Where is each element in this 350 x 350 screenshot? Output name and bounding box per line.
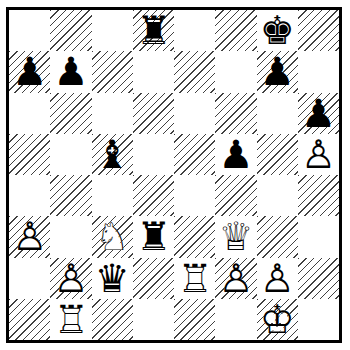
piece-glyph: ♟ [50,51,91,92]
piece-glyph: ♛ [92,258,133,299]
square-c7[interactable] [92,51,133,92]
square-e5[interactable] [174,134,215,175]
piece-outline-glyph: ♘ [92,216,133,257]
piece-black-rook-d3[interactable]: ♜ [133,216,174,257]
square-f8[interactable] [215,10,256,51]
piece-white-pawn-h5[interactable]: ♟♙ [298,134,339,175]
square-h2[interactable] [298,258,339,299]
square-f6[interactable] [215,93,256,134]
piece-glyph: ♟ [215,134,256,175]
piece-white-pawn-f2[interactable]: ♟♙ [215,258,256,299]
square-h5[interactable]: ♟♙ [298,134,339,175]
square-g3[interactable] [257,216,298,257]
piece-outline-glyph: ♔ [257,299,298,340]
square-f1[interactable] [215,299,256,340]
piece-white-queen-f3[interactable]: ♛♕ [215,216,256,257]
piece-outline-glyph: ♙ [257,258,298,299]
square-b1[interactable]: ♜♖ [50,299,91,340]
chessboard: ♜♚♟♟♟♟♝♟♟♙♟♙♞♘♜♛♕♟♙♛♜♖♟♙♟♙♜♖♚♔ [9,10,339,340]
piece-black-queen-c2[interactable]: ♛ [92,258,133,299]
piece-glyph: ♟ [257,51,298,92]
square-a1[interactable] [9,299,50,340]
square-e4[interactable] [174,175,215,216]
square-c5[interactable]: ♝ [92,134,133,175]
square-g7[interactable]: ♟ [257,51,298,92]
piece-white-pawn-g2[interactable]: ♟♙ [257,258,298,299]
square-h3[interactable] [298,216,339,257]
square-e8[interactable] [174,10,215,51]
square-b5[interactable] [50,134,91,175]
square-g1[interactable]: ♚♔ [257,299,298,340]
square-g2[interactable]: ♟♙ [257,258,298,299]
square-c1[interactable] [92,299,133,340]
square-h6[interactable]: ♟ [298,93,339,134]
square-a4[interactable] [9,175,50,216]
square-h7[interactable] [298,51,339,92]
square-c8[interactable] [92,10,133,51]
piece-black-pawn-a7[interactable]: ♟ [9,51,50,92]
square-b3[interactable] [50,216,91,257]
piece-black-bishop-c5[interactable]: ♝ [92,134,133,175]
square-g8[interactable]: ♚ [257,10,298,51]
square-e1[interactable] [174,299,215,340]
square-d6[interactable] [133,93,174,134]
square-d7[interactable] [133,51,174,92]
square-b7[interactable]: ♟ [50,51,91,92]
piece-black-pawn-b7[interactable]: ♟ [50,51,91,92]
square-g6[interactable] [257,93,298,134]
piece-glyph: ♝ [92,134,133,175]
piece-white-pawn-b2[interactable]: ♟♙ [50,258,91,299]
square-a2[interactable] [9,258,50,299]
square-e3[interactable] [174,216,215,257]
square-f4[interactable] [215,175,256,216]
square-g4[interactable] [257,175,298,216]
piece-black-king-g8[interactable]: ♚ [257,10,298,51]
square-a6[interactable] [9,93,50,134]
chessboard-frame: ♜♚♟♟♟♟♝♟♟♙♟♙♞♘♜♛♕♟♙♛♜♖♟♙♟♙♜♖♚♔ [6,7,342,343]
piece-white-king-g1[interactable]: ♚♔ [257,299,298,340]
square-a7[interactable]: ♟ [9,51,50,92]
piece-black-pawn-g7[interactable]: ♟ [257,51,298,92]
square-c6[interactable] [92,93,133,134]
square-h4[interactable] [298,175,339,216]
piece-glyph: ♜ [133,216,174,257]
piece-white-pawn-a3[interactable]: ♟♙ [9,216,50,257]
piece-outline-glyph: ♖ [50,299,91,340]
piece-outline-glyph: ♙ [50,258,91,299]
piece-outline-glyph: ♖ [174,258,215,299]
square-c4[interactable] [92,175,133,216]
square-h1[interactable] [298,299,339,340]
square-a3[interactable]: ♟♙ [9,216,50,257]
square-d3[interactable]: ♜ [133,216,174,257]
square-d2[interactable] [133,258,174,299]
piece-glyph: ♟ [9,51,50,92]
piece-white-knight-c3[interactable]: ♞♘ [92,216,133,257]
piece-black-rook-d8[interactable]: ♜ [133,10,174,51]
piece-outline-glyph: ♙ [9,216,50,257]
square-c2[interactable]: ♛ [92,258,133,299]
square-f5[interactable]: ♟ [215,134,256,175]
square-e2[interactable]: ♜♖ [174,258,215,299]
square-f3[interactable]: ♛♕ [215,216,256,257]
square-d1[interactable] [133,299,174,340]
square-e6[interactable] [174,93,215,134]
piece-white-rook-b1[interactable]: ♜♖ [50,299,91,340]
square-d4[interactable] [133,175,174,216]
square-g5[interactable] [257,134,298,175]
piece-black-pawn-f5[interactable]: ♟ [215,134,256,175]
square-b2[interactable]: ♟♙ [50,258,91,299]
piece-outline-glyph: ♙ [298,134,339,175]
square-f7[interactable] [215,51,256,92]
square-c3[interactable]: ♞♘ [92,216,133,257]
piece-glyph: ♜ [133,10,174,51]
square-d8[interactable]: ♜ [133,10,174,51]
piece-white-rook-e2[interactable]: ♜♖ [174,258,215,299]
square-f2[interactable]: ♟♙ [215,258,256,299]
square-b6[interactable] [50,93,91,134]
piece-glyph: ♚ [257,10,298,51]
piece-outline-glyph: ♙ [215,258,256,299]
square-d5[interactable] [133,134,174,175]
square-a8[interactable] [9,10,50,51]
piece-glyph: ♟ [298,93,339,134]
square-a5[interactable] [9,134,50,175]
square-b8[interactable] [50,10,91,51]
square-e7[interactable] [174,51,215,92]
square-b4[interactable] [50,175,91,216]
square-h8[interactable] [298,10,339,51]
piece-outline-glyph: ♕ [215,216,256,257]
piece-black-pawn-h6[interactable]: ♟ [298,93,339,134]
